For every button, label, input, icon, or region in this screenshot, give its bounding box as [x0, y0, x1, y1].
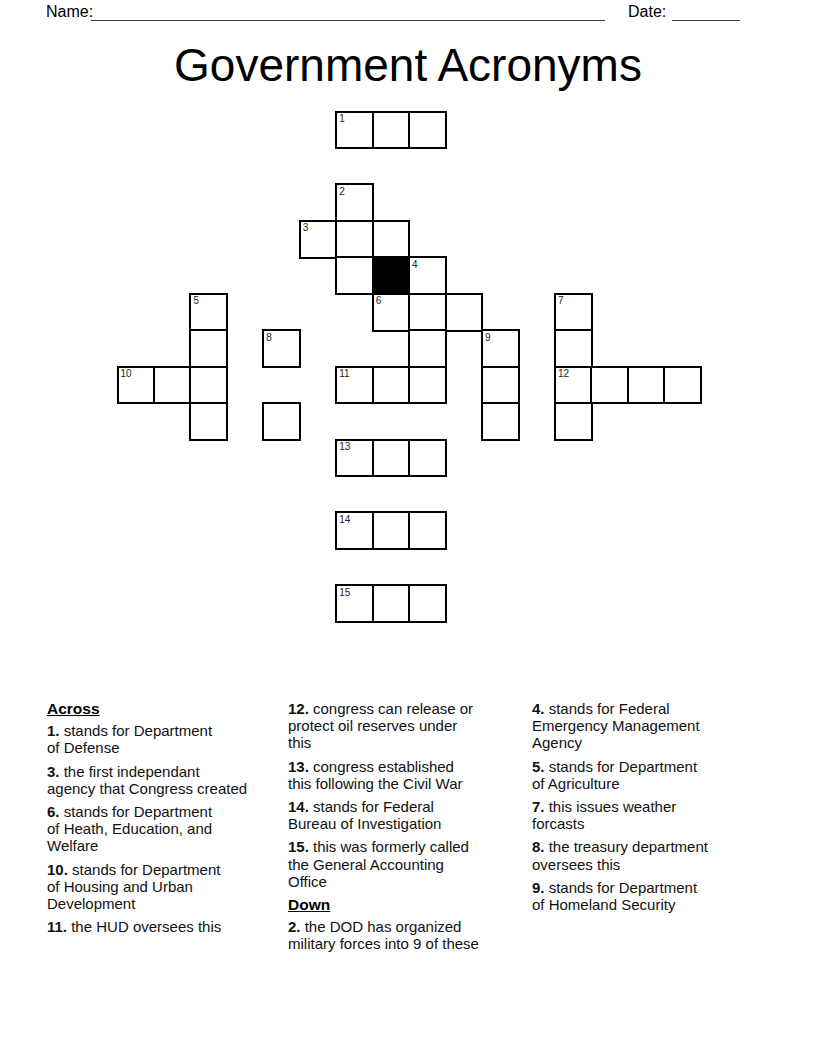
- answer-cell-r7c8[interactable]: [408, 366, 447, 405]
- answer-cell-r7c13[interactable]: [590, 366, 629, 405]
- clue-text: the first independant agency that Congre…: [47, 763, 247, 797]
- clue-text: stands for Department of Agriculture: [532, 758, 697, 792]
- answer-cell-r0c6[interactable]: 1: [335, 111, 374, 150]
- clue-number-label: 12.: [288, 700, 309, 717]
- clue-text: stands for Department of Defense: [47, 722, 212, 756]
- answer-cell-r5c7[interactable]: 6: [372, 293, 411, 332]
- clue-down-4: 4. stands for Federal Emergency Manageme…: [532, 700, 782, 752]
- clue-across-11: 11. the HUD oversees this: [47, 918, 285, 935]
- clue-number-label: 9.: [532, 879, 545, 896]
- clue-text: the DOD has organized military forces in…: [288, 918, 479, 952]
- answer-cell-r6c4[interactable]: 8: [262, 329, 301, 368]
- clue-number-label: 8.: [532, 838, 545, 855]
- cell-number: 10: [121, 368, 132, 379]
- answer-cell-r9c6[interactable]: 13: [335, 439, 374, 478]
- clue-text: stands for Department of Homeland Securi…: [532, 879, 697, 913]
- answer-cell-r7c7[interactable]: [372, 366, 411, 405]
- clue-number-label: 11.: [47, 918, 67, 935]
- clue-number-label: 4.: [532, 700, 545, 717]
- clue-across-12: 12. congress can release or protect oil …: [288, 700, 533, 752]
- cell-number: 7: [558, 295, 564, 306]
- answer-cell-r8c10[interactable]: [481, 402, 520, 441]
- clue-number-label: 5.: [532, 758, 545, 775]
- answer-cell-r6c2[interactable]: [189, 329, 228, 368]
- answer-cell-r11c8[interactable]: [408, 511, 447, 550]
- cell-number: 4: [412, 259, 418, 270]
- answer-cell-r13c7[interactable]: [372, 584, 411, 623]
- answer-cell-r4c6[interactable]: [335, 256, 374, 295]
- answer-cell-r8c2[interactable]: [189, 402, 228, 441]
- answer-cell-r7c15[interactable]: [663, 366, 702, 405]
- answer-cell-r5c9[interactable]: [445, 293, 484, 332]
- cell-number: 3: [303, 222, 309, 233]
- clue-across-13: 13. congress established this following …: [288, 758, 533, 792]
- cell-number: 13: [339, 441, 350, 452]
- answer-cell-r5c12[interactable]: 7: [554, 293, 593, 332]
- clue-text: stands for Department of Heath, Educatio…: [47, 803, 212, 854]
- answer-cell-r4c8[interactable]: 4: [408, 256, 447, 295]
- clue-across-6: 6. stands for Department of Heath, Educa…: [47, 803, 285, 855]
- answer-cell-r9c8[interactable]: [408, 439, 447, 478]
- clue-down-8: 8. the treasury department oversees this: [532, 838, 782, 872]
- clue-text: stands for Federal Bureau of Investigati…: [288, 798, 441, 832]
- answer-cell-r6c10[interactable]: 9: [481, 329, 520, 368]
- answer-cell-r7c12[interactable]: 12: [554, 366, 593, 405]
- answer-cell-r7c6[interactable]: 11: [335, 366, 374, 405]
- clue-number-label: 14.: [288, 798, 309, 815]
- cell-number: 8: [266, 332, 272, 343]
- answer-cell-r6c8[interactable]: [408, 329, 447, 368]
- answer-cell-r13c8[interactable]: [408, 584, 447, 623]
- clue-across-14: 14. stands for Federal Bureau of Investi…: [288, 798, 533, 832]
- cell-number: 9: [485, 332, 491, 343]
- clue-number-label: 15.: [288, 838, 309, 855]
- clue-text: stands for Department of Housing and Urb…: [47, 861, 220, 912]
- worksheet-page: Name: Date: Government Acronyms 12345678…: [0, 0, 816, 1056]
- clue-across-15: 15. this was formerly called the General…: [288, 838, 533, 890]
- answer-cell-r5c8[interactable]: [408, 293, 447, 332]
- clue-down-7: 7. this issues weather forcasts: [532, 798, 782, 832]
- answer-cell-r3c5[interactable]: 3: [299, 220, 338, 259]
- clue-across-3: 3. the first independant agency that Con…: [47, 763, 285, 797]
- clue-text: the treasury department oversees this: [532, 838, 708, 872]
- cell-number: 12: [558, 368, 569, 379]
- answer-cell-r3c6[interactable]: [335, 220, 374, 259]
- clue-text: this was formerly called the General Acc…: [288, 838, 469, 889]
- answer-cell-r3c7[interactable]: [372, 220, 411, 259]
- cell-number: 1: [339, 113, 345, 124]
- answer-cell-r11c7[interactable]: [372, 511, 411, 550]
- answer-cell-r7c1[interactable]: [153, 366, 192, 405]
- clue-text: stands for Federal Emergency Management …: [532, 700, 700, 751]
- answer-cell-r5c2[interactable]: 5: [189, 293, 228, 332]
- crossword-grid: 123456789101112131415: [0, 0, 816, 700]
- clue-number-label: 7.: [532, 798, 545, 815]
- clue-across-10: 10. stands for Department of Housing and…: [47, 861, 285, 913]
- clue-number-label: 13.: [288, 758, 309, 775]
- down-heading: Down: [288, 896, 533, 913]
- answer-cell-r7c14[interactable]: [627, 366, 666, 405]
- clue-number-label: 1.: [47, 722, 60, 739]
- answer-cell-r6c12[interactable]: [554, 329, 593, 368]
- clue-number-label: 10.: [47, 861, 68, 878]
- answer-cell-r7c2[interactable]: [189, 366, 228, 405]
- answer-cell-r0c8[interactable]: [408, 111, 447, 150]
- cell-number: 11: [339, 368, 349, 379]
- clue-down-9: 9. stands for Department of Homeland Sec…: [532, 879, 782, 913]
- clue-column-2: 12. congress can release or protect oil …: [288, 700, 533, 959]
- answer-cell-r7c0[interactable]: 10: [117, 366, 156, 405]
- answer-cell-r8c12[interactable]: [554, 402, 593, 441]
- clue-number-label: 6.: [47, 803, 60, 820]
- cell-number: 14: [339, 514, 350, 525]
- clue-down-5: 5. stands for Department of Agriculture: [532, 758, 782, 792]
- answer-cell-r9c7[interactable]: [372, 439, 411, 478]
- answer-cell-r13c6[interactable]: 15: [335, 584, 374, 623]
- clue-text: congress can release or protect oil rese…: [288, 700, 473, 751]
- answer-cell-r7c10[interactable]: [481, 366, 520, 405]
- clue-column-3: 4. stands for Federal Emergency Manageme…: [532, 700, 782, 919]
- answer-cell-r8c4[interactable]: [262, 402, 301, 441]
- blocked-cell: [372, 256, 411, 295]
- answer-cell-r2c6[interactable]: 2: [335, 183, 374, 222]
- clue-across-1: 1. stands for Department of Defense: [47, 722, 285, 756]
- clue-text: this issues weather forcasts: [532, 798, 676, 832]
- answer-cell-r11c6[interactable]: 14: [335, 511, 374, 550]
- clue-column-1: Across 1. stands for Department of Defen…: [47, 700, 285, 941]
- clue-number-label: 3.: [47, 763, 60, 780]
- cell-number: 5: [193, 295, 199, 306]
- clue-number-label: 2.: [288, 918, 301, 935]
- cell-number: 2: [339, 186, 345, 197]
- cell-number: 15: [339, 587, 350, 598]
- across-heading: Across: [47, 700, 285, 717]
- clue-text: congress established this following the …: [288, 758, 463, 792]
- cell-number: 6: [376, 295, 382, 306]
- clue-text: the HUD oversees this: [71, 918, 221, 935]
- clue-down-2: 2. the DOD has organized military forces…: [288, 918, 533, 952]
- answer-cell-r0c7[interactable]: [372, 111, 411, 150]
